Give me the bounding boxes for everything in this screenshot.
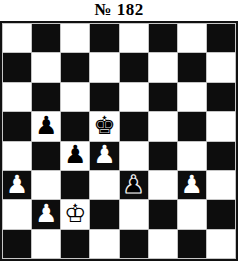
square-d4: ♟	[90, 142, 118, 170]
black-pawn: ♟	[35, 113, 57, 138]
white-pawn: ♟	[6, 172, 28, 197]
square-h8	[207, 24, 235, 52]
square-c2: ♔	[61, 200, 89, 228]
white-king: ♔	[64, 201, 86, 226]
square-a4	[3, 142, 31, 170]
square-d5: ♚	[90, 112, 118, 140]
square-b4	[32, 142, 60, 170]
square-g5	[178, 112, 206, 140]
square-h7	[207, 53, 235, 81]
square-a3: ♟	[3, 171, 31, 199]
square-a7	[3, 53, 31, 81]
square-h5	[207, 112, 235, 140]
square-e5	[120, 112, 148, 140]
square-f7	[149, 53, 177, 81]
square-c5	[61, 112, 89, 140]
square-a8	[3, 24, 31, 52]
square-e1	[120, 230, 148, 258]
square-b3	[32, 171, 60, 199]
puzzle-number-title: № 182	[0, 0, 238, 21]
square-d2	[90, 200, 118, 228]
square-e2	[120, 200, 148, 228]
square-c1	[61, 230, 89, 258]
chessboard: ♟♚♟♟♟♟♟♟♔	[0, 21, 238, 261]
square-c8	[61, 24, 89, 52]
square-b7	[32, 53, 60, 81]
square-a6	[3, 83, 31, 111]
square-c6	[61, 83, 89, 111]
white-pawn: ♟	[93, 142, 115, 167]
square-e3: ♟	[120, 171, 148, 199]
square-b5: ♟	[32, 112, 60, 140]
square-f3	[149, 171, 177, 199]
white-pawn: ♟	[181, 172, 203, 197]
square-d3	[90, 171, 118, 199]
square-c3	[61, 171, 89, 199]
square-f8	[149, 24, 177, 52]
square-f5	[149, 112, 177, 140]
square-e7	[120, 53, 148, 81]
square-c7	[61, 53, 89, 81]
square-b1	[32, 230, 60, 258]
square-a2	[3, 200, 31, 228]
square-h2	[207, 200, 235, 228]
square-f4	[149, 142, 177, 170]
square-a1	[3, 230, 31, 258]
square-b8	[32, 24, 60, 52]
square-d6	[90, 83, 118, 111]
square-h6	[207, 83, 235, 111]
square-a5	[3, 112, 31, 140]
square-g2	[178, 200, 206, 228]
square-g6	[178, 83, 206, 111]
square-b2: ♟	[32, 200, 60, 228]
square-d7	[90, 53, 118, 81]
square-g1	[178, 230, 206, 258]
square-e4	[120, 142, 148, 170]
square-f1	[149, 230, 177, 258]
square-h3	[207, 171, 235, 199]
black-king: ♚	[93, 113, 115, 138]
black-pawn: ♟	[64, 142, 86, 167]
square-b6	[32, 83, 60, 111]
square-d8	[90, 24, 118, 52]
square-g8	[178, 24, 206, 52]
square-g7	[178, 53, 206, 81]
square-e8	[120, 24, 148, 52]
square-g4	[178, 142, 206, 170]
square-f2	[149, 200, 177, 228]
white-pawn: ♟	[35, 201, 57, 226]
black-pawn: ♟	[122, 172, 144, 197]
square-f6	[149, 83, 177, 111]
square-h4	[207, 142, 235, 170]
square-h1	[207, 230, 235, 258]
square-g3: ♟	[178, 171, 206, 199]
square-c4: ♟	[61, 142, 89, 170]
square-e6	[120, 83, 148, 111]
square-d1	[90, 230, 118, 258]
